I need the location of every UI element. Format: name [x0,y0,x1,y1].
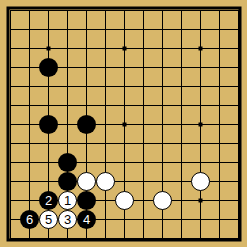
black-stone-C10 [39,58,58,77]
white-stone-J3 [153,191,172,210]
white-stone-move-1-D3: 1 [58,191,77,210]
black-stone-move-4-E2: 4 [77,210,96,229]
black-stone-move-2-C3: 2 [39,191,58,210]
white-stone-move-3-D2: 3 [58,210,77,229]
white-stone-E4 [77,172,96,191]
stones-layer: 216534 [1,1,247,247]
go-board: 216534 [0,0,247,247]
white-stone-F4 [96,172,115,191]
black-stone-D5 [58,153,77,172]
black-stone-C7 [39,115,58,134]
black-stone-D4 [58,172,77,191]
black-stone-move-6-B2: 6 [20,210,39,229]
white-stone-G3 [115,191,134,210]
white-stone-L4 [191,172,210,191]
black-stone-E7 [77,115,96,134]
black-stone-E3 [77,191,96,210]
white-stone-move-5-C2: 5 [39,210,58,229]
